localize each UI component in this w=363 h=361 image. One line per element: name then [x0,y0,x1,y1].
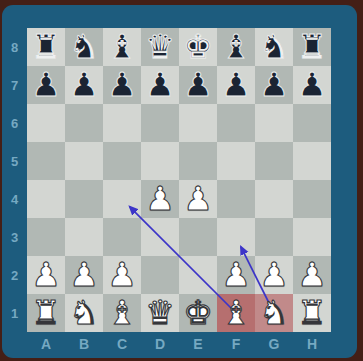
rank-label-5: 5 [2,142,27,180]
black-knight-b8[interactable]: ♞ [65,28,103,66]
white-pawn-c2[interactable]: ♟ [103,256,141,294]
square-e2[interactable] [179,256,217,294]
black-rook-h8[interactable]: ♜ [293,28,331,66]
square-g3[interactable] [255,218,293,256]
black-bishop-f8[interactable]: ♝ [217,28,255,66]
white-knight-g1[interactable]: ♞ [255,294,293,332]
black-pawn-e7[interactable]: ♟ [179,66,217,104]
square-d6[interactable] [141,104,179,142]
white-bishop-f1[interactable]: ♝ [217,294,255,332]
square-b6[interactable] [65,104,103,142]
square-e3[interactable] [179,218,217,256]
white-pawn-e4[interactable]: ♟ [179,180,217,218]
square-g5[interactable] [255,142,293,180]
white-pawn-b2[interactable]: ♟ [65,256,103,294]
file-label-f: F [217,331,255,356]
white-knight-b1[interactable]: ♞ [65,294,103,332]
file-label-c: C [103,331,141,356]
black-pawn-g7[interactable]: ♟ [255,66,293,104]
square-g4[interactable] [255,180,293,218]
black-pawn-a7[interactable]: ♟ [27,66,65,104]
square-f4[interactable] [217,180,255,218]
white-pawn-a2[interactable]: ♟ [27,256,65,294]
square-a3[interactable] [27,218,65,256]
black-rook-a8[interactable]: ♜ [27,28,65,66]
black-pawn-h7[interactable]: ♟ [293,66,331,104]
square-h4[interactable] [293,180,331,218]
rank-label-7: 7 [2,66,27,104]
white-rook-h1[interactable]: ♜ [293,294,331,332]
square-c3[interactable] [103,218,141,256]
board-frame: 87654321 ABCDEFGH ♜♞♝♛♚♝♞♜♟♟♟♟♟♟♟♟♟♟♟♟♟♟… [2,5,357,358]
black-king-e8[interactable]: ♚ [179,28,217,66]
file-label-a: A [27,331,65,356]
file-label-b: B [65,331,103,356]
file-label-h: H [293,331,331,356]
file-label-g: G [255,331,293,356]
file-label-d: D [141,331,179,356]
white-pawn-h2[interactable]: ♟ [293,256,331,294]
square-d5[interactable] [141,142,179,180]
square-e6[interactable] [179,104,217,142]
square-e5[interactable] [179,142,217,180]
white-queen-d1[interactable]: ♛ [141,294,179,332]
black-pawn-c7[interactable]: ♟ [103,66,141,104]
rank-label-2: 2 [2,256,27,294]
square-h5[interactable] [293,142,331,180]
black-bishop-c8[interactable]: ♝ [103,28,141,66]
square-b3[interactable] [65,218,103,256]
board[interactable]: ♜♞♝♛♚♝♞♜♟♟♟♟♟♟♟♟♟♟♟♟♟♟♟♟♜♞♝♛♚♝♞♜ [27,28,331,332]
square-f6[interactable] [217,104,255,142]
white-king-e1[interactable]: ♚ [179,294,217,332]
square-a5[interactable] [27,142,65,180]
rank-label-4: 4 [2,180,27,218]
rank-labels: 87654321 [2,28,27,332]
rank-label-8: 8 [2,28,27,66]
black-pawn-d7[interactable]: ♟ [141,66,179,104]
square-c4[interactable] [103,180,141,218]
square-b5[interactable] [65,142,103,180]
square-h3[interactable] [293,218,331,256]
black-pawn-b7[interactable]: ♟ [65,66,103,104]
file-label-e: E [179,331,217,356]
square-c6[interactable] [103,104,141,142]
black-queen-d8[interactable]: ♛ [141,28,179,66]
square-d3[interactable] [141,218,179,256]
square-a4[interactable] [27,180,65,218]
white-pawn-f2[interactable]: ♟ [217,256,255,294]
white-rook-a1[interactable]: ♜ [27,294,65,332]
app-background: { "game": "chess", "position": { "fen": … [0,0,363,361]
square-a6[interactable] [27,104,65,142]
rank-label-6: 6 [2,104,27,142]
white-pawn-g2[interactable]: ♟ [255,256,293,294]
rank-label-1: 1 [2,294,27,332]
square-c5[interactable] [103,142,141,180]
file-labels: ABCDEFGH [27,331,331,356]
black-pawn-f7[interactable]: ♟ [217,66,255,104]
square-f5[interactable] [217,142,255,180]
square-g6[interactable] [255,104,293,142]
square-f3[interactable] [217,218,255,256]
white-pawn-d4[interactable]: ♟ [141,180,179,218]
square-d2[interactable] [141,256,179,294]
square-b4[interactable] [65,180,103,218]
black-knight-g8[interactable]: ♞ [255,28,293,66]
square-h6[interactable] [293,104,331,142]
white-bishop-c1[interactable]: ♝ [103,294,141,332]
rank-label-3: 3 [2,218,27,256]
